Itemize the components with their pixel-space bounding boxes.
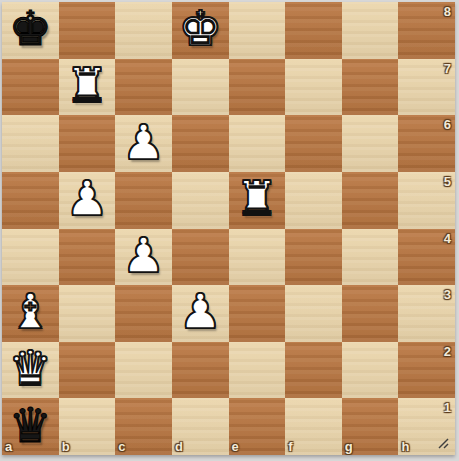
- square-d4[interactable]: [172, 229, 229, 286]
- square-e3[interactable]: [229, 285, 286, 342]
- square-h3[interactable]: 3: [398, 285, 455, 342]
- square-h5[interactable]: 5: [398, 172, 455, 229]
- square-c3[interactable]: [115, 285, 172, 342]
- square-e5[interactable]: ♜: [229, 172, 286, 229]
- piece-white-pawn[interactable]: ♟: [65, 174, 108, 222]
- square-e4[interactable]: [229, 229, 286, 286]
- piece-white-king[interactable]: ♚: [179, 4, 222, 52]
- square-f1[interactable]: f: [285, 398, 342, 455]
- piece-white-bishop[interactable]: ♝: [9, 287, 52, 335]
- square-g3[interactable]: [342, 285, 399, 342]
- square-e8[interactable]: [229, 2, 286, 59]
- square-c5[interactable]: [115, 172, 172, 229]
- square-b3[interactable]: [59, 285, 116, 342]
- board-resize-handle[interactable]: [437, 437, 449, 449]
- square-b1[interactable]: b: [59, 398, 116, 455]
- square-a7[interactable]: [2, 59, 59, 116]
- square-a3[interactable]: ♝: [2, 285, 59, 342]
- square-g5[interactable]: [342, 172, 399, 229]
- square-h6[interactable]: 6: [398, 115, 455, 172]
- square-h4[interactable]: 4: [398, 229, 455, 286]
- piece-white-pawn[interactable]: ♟: [122, 118, 165, 166]
- piece-black-queen[interactable]: ♛: [9, 401, 52, 449]
- square-f4[interactable]: [285, 229, 342, 286]
- square-c8[interactable]: [115, 2, 172, 59]
- square-g8[interactable]: [342, 2, 399, 59]
- file-label-g: g: [345, 440, 353, 453]
- file-label-b: b: [62, 440, 70, 453]
- file-label-e: e: [232, 440, 239, 453]
- square-f6[interactable]: [285, 115, 342, 172]
- piece-white-rook[interactable]: ♜: [65, 61, 108, 109]
- square-b6[interactable]: [59, 115, 116, 172]
- rank-label-8: 8: [444, 5, 451, 18]
- piece-white-pawn[interactable]: ♟: [122, 231, 165, 279]
- square-a6[interactable]: [2, 115, 59, 172]
- square-b8[interactable]: [59, 2, 116, 59]
- square-e7[interactable]: [229, 59, 286, 116]
- square-d6[interactable]: [172, 115, 229, 172]
- square-c6[interactable]: ♟: [115, 115, 172, 172]
- square-c4[interactable]: ♟: [115, 229, 172, 286]
- square-e1[interactable]: e: [229, 398, 286, 455]
- piece-white-queen[interactable]: ♛: [9, 344, 52, 392]
- rank-label-4: 4: [444, 232, 451, 245]
- square-f7[interactable]: [285, 59, 342, 116]
- square-e2[interactable]: [229, 342, 286, 399]
- square-b7[interactable]: ♜: [59, 59, 116, 116]
- square-e6[interactable]: [229, 115, 286, 172]
- square-h8[interactable]: 8: [398, 2, 455, 59]
- square-c1[interactable]: c: [115, 398, 172, 455]
- square-g4[interactable]: [342, 229, 399, 286]
- square-g6[interactable]: [342, 115, 399, 172]
- square-d5[interactable]: [172, 172, 229, 229]
- square-a8[interactable]: ♚: [2, 2, 59, 59]
- rank-label-1: 1: [444, 401, 451, 414]
- file-label-h: h: [401, 440, 409, 453]
- square-b5[interactable]: ♟: [59, 172, 116, 229]
- rank-label-3: 3: [444, 288, 451, 301]
- rank-label-5: 5: [444, 175, 451, 188]
- square-c7[interactable]: [115, 59, 172, 116]
- file-label-d: d: [175, 440, 183, 453]
- piece-white-pawn[interactable]: ♟: [179, 287, 222, 335]
- square-f5[interactable]: [285, 172, 342, 229]
- file-label-a: a: [5, 440, 12, 453]
- square-d8[interactable]: ♚: [172, 2, 229, 59]
- square-a5[interactable]: [2, 172, 59, 229]
- square-h7[interactable]: 7: [398, 59, 455, 116]
- square-f3[interactable]: [285, 285, 342, 342]
- square-g7[interactable]: [342, 59, 399, 116]
- square-a2[interactable]: ♛: [2, 342, 59, 399]
- chess-board: ♚♚8♜7♟6♟♜5♟4♝♟3♛2♛abcdefgh1: [2, 2, 455, 455]
- file-label-f: f: [288, 440, 292, 453]
- square-b2[interactable]: [59, 342, 116, 399]
- square-d2[interactable]: [172, 342, 229, 399]
- square-d3[interactable]: ♟: [172, 285, 229, 342]
- piece-black-king[interactable]: ♚: [9, 4, 52, 52]
- rank-label-2: 2: [444, 345, 451, 358]
- square-d7[interactable]: [172, 59, 229, 116]
- rank-label-6: 6: [444, 118, 451, 131]
- square-b4[interactable]: [59, 229, 116, 286]
- file-label-c: c: [118, 440, 125, 453]
- square-h2[interactable]: 2: [398, 342, 455, 399]
- square-f2[interactable]: [285, 342, 342, 399]
- square-g2[interactable]: [342, 342, 399, 399]
- rank-label-7: 7: [444, 62, 451, 75]
- square-a1[interactable]: ♛a: [2, 398, 59, 455]
- square-c2[interactable]: [115, 342, 172, 399]
- square-g1[interactable]: g: [342, 398, 399, 455]
- square-d1[interactable]: d: [172, 398, 229, 455]
- square-a4[interactable]: [2, 229, 59, 286]
- piece-white-rook[interactable]: ♜: [235, 174, 278, 222]
- square-f8[interactable]: [285, 2, 342, 59]
